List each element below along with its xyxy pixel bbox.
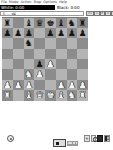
square-b7[interactable]: ♟ — [13, 28, 24, 38]
white-pawn: ♟ — [67, 80, 78, 90]
square-h1[interactable]: ♜ — [77, 90, 88, 100]
square-a4[interactable] — [2, 59, 13, 69]
square-a2[interactable]: ♟ — [2, 80, 13, 90]
black-pawn: ♟ — [2, 28, 13, 38]
square-h7[interactable]: ♟ — [77, 28, 88, 38]
workspace-dot-4[interactable] — [76, 142, 78, 144]
square-f4[interactable] — [56, 59, 67, 69]
square-h2[interactable]: ♟ — [77, 80, 88, 90]
square-f1[interactable]: ♝ — [56, 90, 67, 100]
black-queen: ♛ — [34, 18, 45, 28]
square-b6[interactable] — [13, 38, 24, 48]
square-b1[interactable] — [13, 90, 24, 100]
square-d3[interactable]: ♟ — [34, 69, 45, 79]
square-d7[interactable] — [34, 28, 45, 38]
white-pawn: ♟ — [13, 80, 24, 90]
workspace-dot-2[interactable] — [70, 142, 72, 144]
square-a3[interactable] — [2, 69, 13, 79]
white-rook: ♜ — [2, 90, 13, 100]
workspace-pager[interactable] — [67, 141, 78, 147]
square-d5[interactable] — [34, 49, 45, 59]
star-icon[interactable]: ✳ — [84, 135, 90, 142]
black-pawn: ♟ — [77, 28, 88, 38]
square-f2[interactable]: ♟ — [56, 80, 67, 90]
white-bishop: ♝ — [24, 90, 35, 100]
square-d8[interactable]: ♛ — [34, 18, 45, 28]
square-d6[interactable] — [34, 38, 45, 48]
square-g5[interactable] — [67, 49, 78, 59]
white-queen: ♛ — [34, 90, 45, 100]
white-pawn: ♟ — [2, 80, 13, 90]
white-knight: ♞ — [67, 90, 78, 100]
black-pawn: ♟ — [13, 28, 24, 38]
pause-button[interactable]: P — [100, 11, 105, 16]
square-f8[interactable]: ♝ — [56, 18, 67, 28]
white-king: ♚ — [45, 90, 56, 100]
square-e6[interactable] — [45, 38, 56, 48]
square-b8[interactable] — [13, 18, 24, 28]
workspace-dot-3[interactable] — [73, 142, 75, 144]
square-e3[interactable] — [45, 69, 56, 79]
square-d4[interactable]: ♟ — [34, 59, 45, 69]
square-g3[interactable] — [67, 69, 78, 79]
square-a6[interactable] — [2, 38, 13, 48]
square-c7[interactable]: ♟ — [24, 28, 35, 38]
square-e8[interactable]: ♚ — [45, 18, 56, 28]
square-b3[interactable] — [13, 69, 24, 79]
square-f3[interactable] — [56, 69, 67, 79]
square-c3[interactable]: ♞ — [24, 69, 35, 79]
square-e1[interactable]: ♚ — [45, 90, 56, 100]
black-rook: ♜ — [77, 18, 88, 28]
striped-icon[interactable] — [104, 135, 110, 142]
square-h5[interactable] — [77, 49, 88, 59]
black-knight: ♞ — [24, 38, 35, 48]
square-h4[interactable] — [77, 59, 88, 69]
square-b2[interactable]: ♟ — [13, 80, 24, 90]
square-c5[interactable] — [24, 49, 35, 59]
disc-icon[interactable] — [91, 135, 96, 142]
square-g8[interactable]: ♞ — [67, 18, 78, 28]
square-d2[interactable] — [34, 80, 45, 90]
square-h3[interactable] — [77, 69, 88, 79]
forward-button[interactable]: > — [105, 11, 110, 16]
square-a1[interactable]: ♜ — [2, 90, 13, 100]
square-a7[interactable]: ♟ — [2, 28, 13, 38]
chess-board: ♜♝♛♚♝♞♜♟♟♟♟♟♟♟♞♟♟♞♟♟♟♟♟♟♟♜♝♛♚♝♞♜ — [2, 17, 88, 101]
black-knight: ♞ — [67, 18, 78, 28]
white-bishop: ♝ — [56, 90, 67, 100]
square-d1[interactable]: ♛ — [34, 90, 45, 100]
white-rook: ♜ — [77, 90, 88, 100]
black-rook: ♜ — [2, 18, 13, 28]
square-b4[interactable] — [13, 59, 24, 69]
black-pawn: ♟ — [34, 59, 45, 69]
desktop: FileModeActionStepOptionsHelp White: 0:0… — [0, 0, 113, 150]
fast-forward-button[interactable]: >> — [111, 11, 113, 16]
square-g4[interactable] — [67, 59, 78, 69]
square-h6[interactable] — [77, 38, 88, 48]
black-pawn: ♟ — [56, 28, 67, 38]
white-pawn: ♟ — [56, 80, 67, 90]
square-e4[interactable]: ♟ — [45, 59, 56, 69]
square-c2[interactable]: ♟ — [24, 80, 35, 90]
square-h8[interactable]: ♜ — [77, 18, 88, 28]
square-e7[interactable]: ♟ — [45, 28, 56, 38]
white-clock: White: 0:00 — [0, 5, 55, 10]
black-clock: Black: 0:00 — [57, 5, 79, 10]
black-pawn: ♟ — [67, 28, 78, 38]
square-b5[interactable] — [13, 49, 24, 59]
white-pawn: ♟ — [45, 59, 56, 69]
square-f5[interactable] — [56, 49, 67, 59]
square-f6[interactable] — [56, 38, 67, 48]
square-c6[interactable]: ♞ — [24, 38, 35, 48]
square-g7[interactable]: ♟ — [67, 28, 78, 38]
white-pawn: ♟ — [77, 80, 88, 90]
dark-square-icon[interactable] — [97, 135, 103, 142]
workspace-dot-1[interactable] — [68, 142, 70, 144]
square-e2[interactable] — [45, 80, 56, 90]
black-bishop: ♝ — [56, 18, 67, 28]
white-knight: ♞ — [24, 69, 35, 79]
square-c4[interactable] — [24, 59, 35, 69]
square-a5[interactable] — [2, 49, 13, 59]
nav-buttons: <<<P>>> — [86, 11, 113, 16]
black-bishop: ♝ — [24, 18, 35, 28]
white-pawn: ♟ — [24, 80, 35, 90]
rewind-button[interactable]: << — [86, 11, 94, 16]
clock-icon[interactable] — [7, 135, 14, 142]
square-e5[interactable] — [45, 49, 56, 59]
black-pawn: ♟ — [45, 28, 56, 38]
square-c8[interactable]: ♝ — [24, 18, 35, 28]
black-pawn: ♟ — [24, 28, 35, 38]
message-field[interactable]: 3. ... d4 — [0, 11, 84, 17]
square-g2[interactable]: ♟ — [67, 80, 78, 90]
back-button[interactable]: < — [94, 11, 99, 16]
square-g6[interactable] — [67, 38, 78, 48]
square-f7[interactable]: ♟ — [56, 28, 67, 38]
white-pawn: ♟ — [34, 69, 45, 79]
square-c1[interactable]: ♝ — [24, 90, 35, 100]
square-a8[interactable]: ♜ — [2, 18, 13, 28]
square-g1[interactable]: ♞ — [67, 90, 78, 100]
black-king: ♚ — [45, 18, 56, 28]
iconified-window[interactable] — [53, 139, 66, 147]
